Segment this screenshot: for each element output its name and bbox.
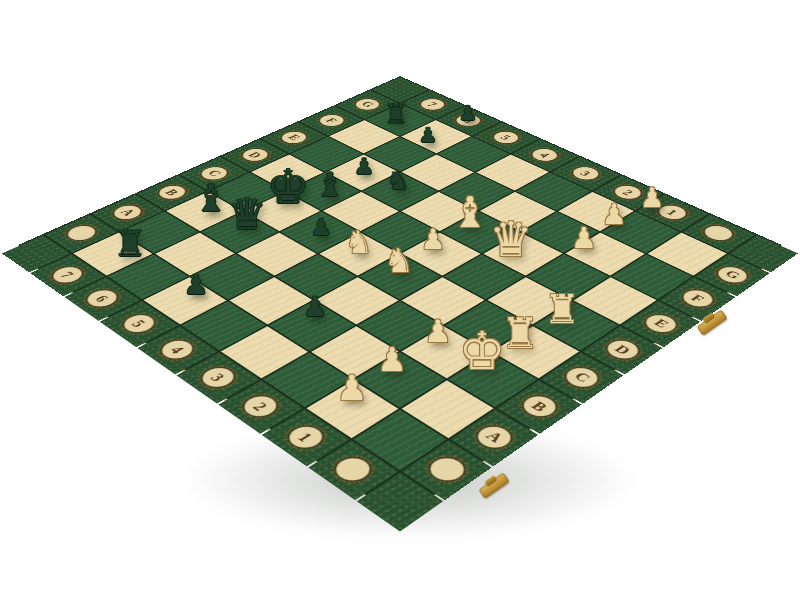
white-bishop-f4[interactable]: ♝ (451, 192, 489, 234)
black-bishop-e7[interactable]: ♝ (315, 167, 345, 201)
file-label-F: F (315, 113, 348, 129)
white-pawn-g2[interactable]: ♟ (601, 201, 626, 229)
black-rook-a8[interactable]: ♜ (113, 225, 146, 262)
black-pawn-b4[interactable]: ♟ (302, 293, 327, 321)
black-queen-c7[interactable]: ♛ (227, 192, 266, 236)
file-label-undefined (423, 454, 470, 485)
rank-label-7: 7 (48, 264, 87, 286)
file-label-E: E (277, 129, 311, 145)
rank-label-2: 2 (238, 392, 283, 420)
rank-label-7: 7 (416, 97, 449, 112)
white-rook-e1[interactable]: ♜ (544, 289, 580, 329)
white-pawn-b2[interactable]: ♟ (377, 343, 407, 376)
black-bishop-c8[interactable]: ♝ (194, 179, 228, 217)
white-pawn-c2[interactable]: ♟ (424, 316, 452, 347)
white-queen-f3[interactable]: ♛ (489, 215, 532, 263)
white-rook-d1[interactable]: ♜ (501, 313, 539, 355)
file-label-B: B (154, 183, 190, 201)
rank-label-3: 3 (568, 165, 603, 183)
board-grid: 7654321GGFFEEDDCCBBAA7654321 (21, 77, 779, 504)
black-pawn-f7[interactable]: ♟ (354, 155, 375, 178)
rank-label-5: 5 (489, 129, 523, 145)
file-label-E: E (640, 312, 681, 336)
black-pawn-h7[interactable]: ♟ (419, 125, 438, 146)
black-knight-f6[interactable]: ♞ (386, 167, 409, 193)
chess-board: 7654321GGFFEEDDCCBBAA7654321 (18, 76, 782, 506)
white-pawn-e4[interactable]: ♟ (420, 226, 445, 254)
white-pawn-a2[interactable]: ♟ (336, 371, 367, 406)
rank-label-4: 4 (156, 337, 198, 362)
black-king-d7[interactable]: ♚ (266, 162, 309, 210)
file-label-B: B (517, 392, 562, 420)
rank-label-1: 1 (283, 422, 329, 452)
rank-label-undefined (329, 454, 376, 485)
rank-label-undefined (700, 223, 738, 243)
file-label-undefined (63, 223, 101, 243)
file-label-D: D (601, 337, 643, 362)
file-label-A: A (109, 203, 146, 222)
white-pawn-f2[interactable]: ♟ (571, 224, 597, 253)
white-pawn-h2[interactable]: ♟ (640, 184, 664, 211)
rank-label-3: 3 (196, 364, 239, 391)
white-king-c1[interactable]: ♚ (459, 325, 506, 377)
black-pawn-d6[interactable]: ♟ (310, 215, 332, 239)
white-knight-d5[interactable]: ♞ (345, 227, 373, 258)
rank-label-6: 6 (82, 287, 122, 310)
black-rook-h8[interactable]: ♜ (384, 100, 408, 127)
file-label-F: F (678, 287, 718, 310)
product-photo: 7654321GGFFEEDDCCBBAA7654321 ♚♜♜♛♝♞♞♟♟♟♟… (0, 0, 800, 600)
black-pawn-a6[interactable]: ♟ (183, 271, 208, 299)
file-label-G: G (351, 97, 384, 112)
file-label-A: A (472, 422, 518, 452)
file-label-C: C (560, 364, 603, 391)
rank-label-4: 4 (528, 147, 563, 164)
file-label-G: G (713, 264, 752, 286)
black-pawn-border[interactable]: ♟ (459, 103, 478, 124)
white-knight-d4[interactable]: ♞ (384, 244, 414, 277)
rank-label-5: 5 (118, 312, 159, 336)
